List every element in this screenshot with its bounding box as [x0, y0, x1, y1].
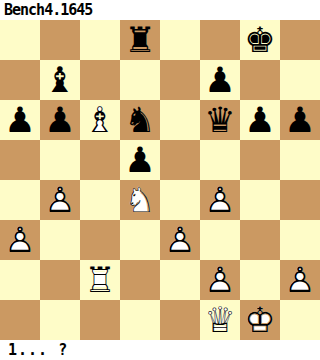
white-rook-outline: ♖ — [80, 260, 120, 300]
square-h3[interactable] — [280, 220, 320, 260]
square-h2[interactable]: ♟♙ — [280, 260, 320, 300]
black-pawn-icon: ♟ — [240, 100, 280, 140]
square-d6[interactable]: ♞ — [120, 100, 160, 140]
square-c3[interactable] — [80, 220, 120, 260]
move-prompt: 1... ? — [0, 340, 320, 360]
square-g8[interactable]: ♚ — [240, 20, 280, 60]
square-c8[interactable] — [80, 20, 120, 60]
black-pawn-icon: ♟ — [120, 140, 160, 180]
white-pawn-outline: ♙ — [280, 260, 320, 300]
white-king-icon: ♚♔ — [240, 300, 280, 340]
square-e7[interactable] — [160, 60, 200, 100]
square-h4[interactable] — [280, 180, 320, 220]
square-c1[interactable] — [80, 300, 120, 340]
square-g5[interactable] — [240, 140, 280, 180]
chess-app: Bench4.1645 ♜♚♝♟♟♟♝♗♞♛♟♟♟♟♙♞♘♟♙♟♙♟♙♜♖♟♙♟… — [0, 0, 320, 360]
square-h8[interactable] — [280, 20, 320, 60]
square-b5[interactable] — [40, 140, 80, 180]
white-pawn-icon: ♟♙ — [200, 260, 240, 300]
square-g7[interactable] — [240, 60, 280, 100]
square-h7[interactable] — [280, 60, 320, 100]
black-bishop-icon: ♝ — [40, 60, 80, 100]
square-f5[interactable] — [200, 140, 240, 180]
white-bishop-outline: ♗ — [80, 100, 120, 140]
square-d1[interactable] — [120, 300, 160, 340]
square-e6[interactable] — [160, 100, 200, 140]
square-f7[interactable]: ♟ — [200, 60, 240, 100]
white-pawn-outline: ♙ — [0, 220, 40, 260]
square-g3[interactable] — [240, 220, 280, 260]
white-king-outline: ♔ — [240, 300, 280, 340]
white-knight-icon: ♞♘ — [120, 180, 160, 220]
square-a2[interactable] — [0, 260, 40, 300]
black-pawn-icon: ♟ — [280, 100, 320, 140]
square-c7[interactable] — [80, 60, 120, 100]
square-c2[interactable]: ♜♖ — [80, 260, 120, 300]
square-d5[interactable]: ♟ — [120, 140, 160, 180]
black-knight-icon: ♞ — [120, 100, 160, 140]
square-a7[interactable] — [0, 60, 40, 100]
chess-board: ♜♚♝♟♟♟♝♗♞♛♟♟♟♟♙♞♘♟♙♟♙♟♙♜♖♟♙♟♙♛♕♚♔ — [0, 20, 320, 340]
square-e8[interactable] — [160, 20, 200, 60]
black-pawn-icon: ♟ — [0, 100, 40, 140]
square-b8[interactable] — [40, 20, 80, 60]
black-queen-icon: ♛ — [200, 100, 240, 140]
white-pawn-icon: ♟♙ — [200, 180, 240, 220]
square-g1[interactable]: ♚♔ — [240, 300, 280, 340]
square-f6[interactable]: ♛ — [200, 100, 240, 140]
square-f1[interactable]: ♛♕ — [200, 300, 240, 340]
square-b7[interactable]: ♝ — [40, 60, 80, 100]
square-b4[interactable]: ♟♙ — [40, 180, 80, 220]
square-h1[interactable] — [280, 300, 320, 340]
white-pawn-outline: ♙ — [160, 220, 200, 260]
white-bishop-icon: ♝♗ — [80, 100, 120, 140]
square-g6[interactable]: ♟ — [240, 100, 280, 140]
white-pawn-icon: ♟♙ — [280, 260, 320, 300]
square-e3[interactable]: ♟♙ — [160, 220, 200, 260]
square-a5[interactable] — [0, 140, 40, 180]
square-f4[interactable]: ♟♙ — [200, 180, 240, 220]
square-b1[interactable] — [40, 300, 80, 340]
square-g2[interactable] — [240, 260, 280, 300]
square-b6[interactable]: ♟ — [40, 100, 80, 140]
square-e5[interactable] — [160, 140, 200, 180]
square-b3[interactable] — [40, 220, 80, 260]
white-rook-icon: ♜♖ — [80, 260, 120, 300]
square-c5[interactable] — [80, 140, 120, 180]
square-h5[interactable] — [280, 140, 320, 180]
square-c4[interactable] — [80, 180, 120, 220]
black-pawn-icon: ♟ — [200, 60, 240, 100]
white-pawn-icon: ♟♙ — [0, 220, 40, 260]
white-queen-outline: ♕ — [200, 300, 240, 340]
square-a1[interactable] — [0, 300, 40, 340]
square-a3[interactable]: ♟♙ — [0, 220, 40, 260]
square-d3[interactable] — [120, 220, 160, 260]
square-f8[interactable] — [200, 20, 240, 60]
square-e4[interactable] — [160, 180, 200, 220]
square-g4[interactable] — [240, 180, 280, 220]
square-d7[interactable] — [120, 60, 160, 100]
white-pawn-icon: ♟♙ — [40, 180, 80, 220]
white-pawn-outline: ♙ — [40, 180, 80, 220]
square-d4[interactable]: ♞♘ — [120, 180, 160, 220]
black-pawn-icon: ♟ — [40, 100, 80, 140]
square-c6[interactable]: ♝♗ — [80, 100, 120, 140]
black-rook-icon: ♜ — [120, 20, 160, 60]
square-d8[interactable]: ♜ — [120, 20, 160, 60]
page-title: Bench4.1645 — [0, 0, 320, 20]
white-queen-icon: ♛♕ — [200, 300, 240, 340]
square-e1[interactable] — [160, 300, 200, 340]
white-pawn-outline: ♙ — [200, 260, 240, 300]
square-a8[interactable] — [0, 20, 40, 60]
white-pawn-icon: ♟♙ — [160, 220, 200, 260]
square-b2[interactable] — [40, 260, 80, 300]
square-f3[interactable] — [200, 220, 240, 260]
square-f2[interactable]: ♟♙ — [200, 260, 240, 300]
square-h6[interactable]: ♟ — [280, 100, 320, 140]
white-knight-outline: ♘ — [120, 180, 160, 220]
square-d2[interactable] — [120, 260, 160, 300]
black-king-icon: ♚ — [240, 20, 280, 60]
square-e2[interactable] — [160, 260, 200, 300]
square-a6[interactable]: ♟ — [0, 100, 40, 140]
white-pawn-outline: ♙ — [200, 180, 240, 220]
square-a4[interactable] — [0, 180, 40, 220]
